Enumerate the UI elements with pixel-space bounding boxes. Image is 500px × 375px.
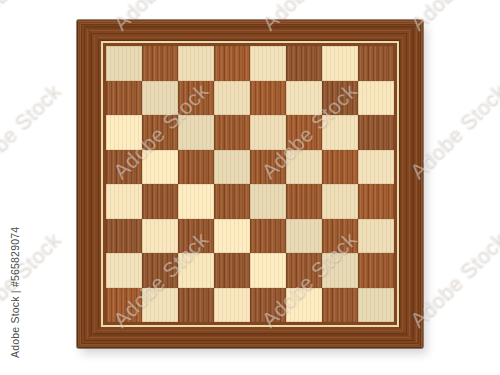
square-b8 <box>142 46 178 81</box>
square-h4 <box>358 184 394 219</box>
square-c6 <box>178 115 214 150</box>
square-f3 <box>286 219 322 254</box>
square-f5 <box>286 150 322 185</box>
square-h8 <box>358 46 394 81</box>
square-b7 <box>142 81 178 116</box>
square-f1 <box>286 288 322 323</box>
square-h5 <box>358 150 394 185</box>
square-d7 <box>214 81 250 116</box>
square-h2 <box>358 253 394 288</box>
square-g2 <box>322 253 358 288</box>
board-pinstripe-border <box>101 41 399 327</box>
square-a1 <box>106 288 142 323</box>
square-b4 <box>142 184 178 219</box>
square-h1 <box>358 288 394 323</box>
square-d5 <box>214 150 250 185</box>
square-c4 <box>178 184 214 219</box>
square-e7 <box>250 81 286 116</box>
square-c2 <box>178 253 214 288</box>
board-frame-bottom <box>77 327 423 348</box>
square-a8 <box>106 46 142 81</box>
square-f6 <box>286 115 322 150</box>
square-d8 <box>214 46 250 81</box>
square-g4 <box>322 184 358 219</box>
board-grid <box>106 46 394 322</box>
square-g6 <box>322 115 358 150</box>
square-e1 <box>250 288 286 323</box>
square-g8 <box>322 46 358 81</box>
square-e5 <box>250 150 286 185</box>
square-d2 <box>214 253 250 288</box>
square-a5 <box>106 150 142 185</box>
watermark-attribution: Adobe Stock | #565829074 <box>9 246 21 358</box>
square-h7 <box>358 81 394 116</box>
square-a2 <box>106 253 142 288</box>
square-c1 <box>178 288 214 323</box>
square-a7 <box>106 81 142 116</box>
square-h6 <box>358 115 394 150</box>
square-f7 <box>286 81 322 116</box>
square-b5 <box>142 150 178 185</box>
square-f8 <box>286 46 322 81</box>
watermark-text: Adobe Stock <box>0 78 65 183</box>
square-d3 <box>214 219 250 254</box>
square-b3 <box>142 219 178 254</box>
square-a3 <box>106 219 142 254</box>
square-h3 <box>358 219 394 254</box>
square-c3 <box>178 219 214 254</box>
square-a4 <box>106 184 142 219</box>
square-c7 <box>178 81 214 116</box>
square-a6 <box>106 115 142 150</box>
square-e8 <box>250 46 286 81</box>
square-e2 <box>250 253 286 288</box>
square-d4 <box>214 184 250 219</box>
square-f2 <box>286 253 322 288</box>
square-e3 <box>250 219 286 254</box>
square-c8 <box>178 46 214 81</box>
square-b1 <box>142 288 178 323</box>
square-g7 <box>322 81 358 116</box>
square-e6 <box>250 115 286 150</box>
square-b6 <box>142 115 178 150</box>
square-g5 <box>322 150 358 185</box>
square-d1 <box>214 288 250 323</box>
watermark-text: Adobe Stock <box>0 0 65 35</box>
square-g1 <box>322 288 358 323</box>
square-b2 <box>142 253 178 288</box>
stock-photo-canvas: Adobe StockAdobe StockAdobe StockAdobe S… <box>0 0 500 375</box>
square-d6 <box>214 115 250 150</box>
square-e4 <box>250 184 286 219</box>
square-c5 <box>178 150 214 185</box>
board-frame-top <box>77 20 423 41</box>
square-f4 <box>286 184 322 219</box>
chessboard <box>77 20 423 348</box>
board-frame-left <box>77 20 101 348</box>
board-frame-right <box>399 20 423 348</box>
square-g3 <box>322 219 358 254</box>
